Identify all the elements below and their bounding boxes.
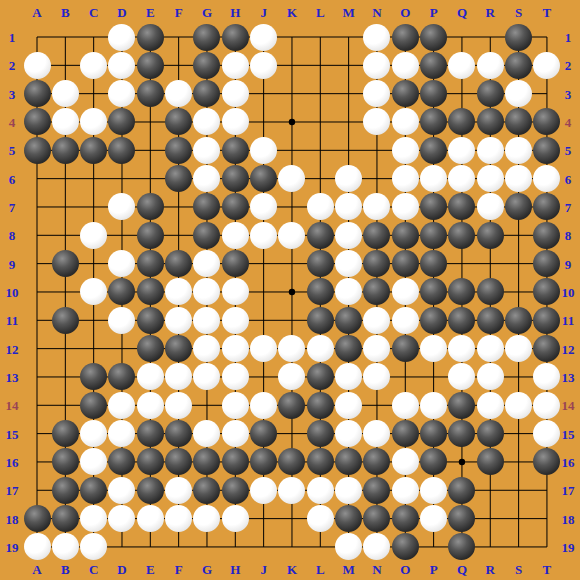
- black-stone-S11: [505, 307, 532, 334]
- row-label-left-14: 14: [6, 399, 19, 412]
- black-stone-A3: [24, 80, 51, 107]
- black-stone-O1: [392, 24, 419, 51]
- intersection-D19[interactable]: [108, 533, 136, 561]
- black-stone-F5: [165, 137, 192, 164]
- intersection-F2[interactable]: [165, 51, 193, 79]
- row-label-left-1: 1: [9, 31, 16, 44]
- black-stone-C17: [80, 477, 107, 504]
- white-stone-J1: [250, 24, 277, 51]
- intersection-N6[interactable]: [363, 165, 391, 193]
- row-label-left-19: 19: [6, 540, 19, 553]
- black-stone-L15: [307, 420, 334, 447]
- row-label-right-6: 6: [565, 172, 572, 185]
- black-stone-A5: [24, 137, 51, 164]
- white-stone-B3: [52, 80, 79, 107]
- intersection-A11[interactable]: [23, 306, 51, 334]
- intersection-S19[interactable]: [505, 533, 533, 561]
- col-label-bottom-A: A: [32, 563, 41, 576]
- black-stone-A4: [24, 108, 51, 135]
- white-stone-J14: [250, 392, 277, 419]
- black-stone-B15: [52, 420, 79, 447]
- intersection-R19[interactable]: [476, 533, 504, 561]
- intersection-B13[interactable]: [51, 363, 79, 391]
- row-label-left-10: 10: [6, 285, 19, 298]
- black-stone-O9: [392, 250, 419, 277]
- white-stone-J5: [250, 137, 277, 164]
- row-label-left-12: 12: [6, 342, 19, 355]
- black-stone-B9: [52, 250, 79, 277]
- intersection-T17[interactable]: [533, 476, 561, 504]
- row-label-right-15: 15: [562, 427, 575, 440]
- intersection-N5[interactable]: [363, 136, 391, 164]
- black-stone-R11: [477, 307, 504, 334]
- intersection-C1[interactable]: [80, 23, 108, 51]
- black-stone-L8: [307, 222, 334, 249]
- black-stone-P11: [420, 307, 447, 334]
- black-stone-B5: [52, 137, 79, 164]
- intersection-J11[interactable]: [250, 306, 278, 334]
- white-stone-F14: [165, 392, 192, 419]
- intersection-Q1[interactable]: [448, 23, 476, 51]
- black-stone-R16: [477, 448, 504, 475]
- black-stone-C5: [80, 137, 107, 164]
- board-grid: [23, 23, 557, 557]
- intersection-R9[interactable]: [476, 250, 504, 278]
- row-label-right-1: 1: [565, 31, 572, 44]
- row-label-right-10: 10: [562, 285, 575, 298]
- intersection-J10[interactable]: [250, 278, 278, 306]
- white-stone-R2: [477, 52, 504, 79]
- intersection-F7[interactable]: [165, 193, 193, 221]
- white-stone-S5: [505, 137, 532, 164]
- col-label-bottom-C: C: [89, 563, 98, 576]
- white-stone-M8: [335, 222, 362, 249]
- white-stone-J17: [250, 477, 277, 504]
- col-label-top-C: C: [89, 6, 98, 19]
- row-label-left-9: 9: [9, 257, 16, 270]
- row-label-left-15: 15: [6, 427, 19, 440]
- black-stone-H9: [222, 250, 249, 277]
- black-stone-H5: [222, 137, 249, 164]
- intersection-E19[interactable]: [136, 533, 164, 561]
- intersection-K11[interactable]: [278, 306, 306, 334]
- row-label-right-4: 4: [565, 115, 572, 128]
- col-label-top-F: F: [175, 6, 183, 19]
- row-label-left-2: 2: [9, 59, 16, 72]
- black-stone-P1: [420, 24, 447, 51]
- intersection-L5[interactable]: [306, 136, 334, 164]
- intersection-A17[interactable]: [23, 476, 51, 504]
- col-label-bottom-S: S: [515, 563, 522, 576]
- white-stone-H8: [222, 222, 249, 249]
- intersection-E4[interactable]: [136, 108, 164, 136]
- row-label-right-14: 14: [562, 399, 575, 412]
- row-label-right-8: 8: [565, 229, 572, 242]
- black-stone-B11: [52, 307, 79, 334]
- white-stone-H14: [222, 392, 249, 419]
- col-label-bottom-M: M: [342, 563, 354, 576]
- intersection-B1[interactable]: [51, 23, 79, 51]
- black-stone-E9: [137, 250, 164, 277]
- intersection-B14[interactable]: [51, 391, 79, 419]
- col-label-bottom-H: H: [230, 563, 240, 576]
- intersection-G14[interactable]: [193, 391, 221, 419]
- white-stone-A19: [24, 533, 51, 560]
- col-label-bottom-B: B: [61, 563, 70, 576]
- white-stone-H15: [222, 420, 249, 447]
- white-stone-O11: [392, 307, 419, 334]
- black-stone-E12: [137, 335, 164, 362]
- col-label-top-B: B: [61, 6, 70, 19]
- black-stone-B18: [52, 505, 79, 532]
- white-stone-A2: [24, 52, 51, 79]
- row-label-left-8: 8: [9, 229, 16, 242]
- col-label-top-A: A: [32, 6, 41, 19]
- black-stone-Q17: [448, 477, 475, 504]
- col-label-bottom-T: T: [543, 563, 552, 576]
- row-label-left-18: 18: [6, 512, 19, 525]
- col-label-top-H: H: [230, 6, 240, 19]
- col-label-bottom-K: K: [287, 563, 297, 576]
- intersection-A9[interactable]: [23, 250, 51, 278]
- row-label-right-7: 7: [565, 200, 572, 213]
- intersection-J4[interactable]: [250, 108, 278, 136]
- intersection-S8[interactable]: [505, 221, 533, 249]
- black-stone-O18: [392, 505, 419, 532]
- black-stone-R15: [477, 420, 504, 447]
- intersection-E6[interactable]: [136, 165, 164, 193]
- intersection-L1[interactable]: [306, 23, 334, 51]
- white-stone-L12: [307, 335, 334, 362]
- white-stone-M17: [335, 477, 362, 504]
- black-stone-S2: [505, 52, 532, 79]
- col-label-bottom-N: N: [372, 563, 381, 576]
- intersection-B8[interactable]: [51, 221, 79, 249]
- black-stone-O15: [392, 420, 419, 447]
- row-label-left-6: 6: [9, 172, 16, 185]
- intersection-M5[interactable]: [335, 136, 363, 164]
- black-stone-E17: [137, 477, 164, 504]
- col-label-top-K: K: [287, 6, 297, 19]
- intersection-A14[interactable]: [23, 391, 51, 419]
- black-stone-E2: [137, 52, 164, 79]
- intersection-C9[interactable]: [80, 250, 108, 278]
- intersection-L3[interactable]: [306, 80, 334, 108]
- intersection-A6[interactable]: [23, 165, 51, 193]
- intersection-A16[interactable]: [23, 448, 51, 476]
- intersection-G19[interactable]: [193, 533, 221, 561]
- intersection-B7[interactable]: [51, 193, 79, 221]
- black-stone-O12: [392, 335, 419, 362]
- intersection-K19[interactable]: [278, 533, 306, 561]
- intersection-S16[interactable]: [505, 448, 533, 476]
- white-stone-L17: [307, 477, 334, 504]
- col-label-bottom-L: L: [316, 563, 325, 576]
- white-stone-C2: [80, 52, 107, 79]
- intersection-R18[interactable]: [476, 505, 504, 533]
- col-label-top-L: L: [316, 6, 325, 19]
- intersection-A15[interactable]: [23, 420, 51, 448]
- intersection-M4[interactable]: [335, 108, 363, 136]
- intersection-L6[interactable]: [306, 165, 334, 193]
- intersection-P13[interactable]: [420, 363, 448, 391]
- white-stone-O6: [392, 165, 419, 192]
- black-stone-P2: [420, 52, 447, 79]
- white-stone-H18: [222, 505, 249, 532]
- col-label-bottom-F: F: [175, 563, 183, 576]
- white-stone-P14: [420, 392, 447, 419]
- intersection-S9[interactable]: [505, 250, 533, 278]
- intersection-L2[interactable]: [306, 51, 334, 79]
- white-stone-O14: [392, 392, 419, 419]
- black-stone-S1: [505, 24, 532, 51]
- intersection-C7[interactable]: [80, 193, 108, 221]
- row-label-right-13: 13: [562, 370, 575, 383]
- intersection-K9[interactable]: [278, 250, 306, 278]
- go-board: AABBCCDDEEFFGGHHJJKKLLMMNNOOPPQQRRSSTT11…: [0, 0, 580, 580]
- intersection-O13[interactable]: [391, 363, 419, 391]
- intersection-Q3[interactable]: [448, 80, 476, 108]
- intersection-A13[interactable]: [23, 363, 51, 391]
- intersection-J18[interactable]: [250, 505, 278, 533]
- black-stone-O3: [392, 80, 419, 107]
- col-label-top-S: S: [515, 6, 522, 19]
- intersection-C6[interactable]: [80, 165, 108, 193]
- white-stone-O2: [392, 52, 419, 79]
- white-stone-R14: [477, 392, 504, 419]
- intersection-B10[interactable]: [51, 278, 79, 306]
- black-stone-H1: [222, 24, 249, 51]
- intersection-J19[interactable]: [250, 533, 278, 561]
- row-label-left-4: 4: [9, 115, 16, 128]
- black-stone-B17: [52, 477, 79, 504]
- col-label-top-J: J: [260, 6, 267, 19]
- col-label-bottom-J: J: [260, 563, 267, 576]
- white-stone-J8: [250, 222, 277, 249]
- white-stone-M14: [335, 392, 362, 419]
- col-label-top-M: M: [342, 6, 354, 19]
- intersection-J3[interactable]: [250, 80, 278, 108]
- intersection-P19[interactable]: [420, 533, 448, 561]
- black-stone-P5: [420, 137, 447, 164]
- row-label-right-12: 12: [562, 342, 575, 355]
- intersection-T1[interactable]: [533, 23, 561, 51]
- white-stone-R6: [477, 165, 504, 192]
- intersection-K2[interactable]: [278, 51, 306, 79]
- row-label-right-5: 5: [565, 144, 572, 157]
- intersection-K18[interactable]: [278, 505, 306, 533]
- row-label-right-11: 11: [562, 314, 574, 327]
- intersection-K15[interactable]: [278, 420, 306, 448]
- intersection-S13[interactable]: [505, 363, 533, 391]
- intersection-L19[interactable]: [306, 533, 334, 561]
- row-label-left-5: 5: [9, 144, 16, 157]
- black-stone-H6: [222, 165, 249, 192]
- intersection-S15[interactable]: [505, 420, 533, 448]
- white-stone-P17: [420, 477, 447, 504]
- intersection-A7[interactable]: [23, 193, 51, 221]
- black-stone-G1: [193, 24, 220, 51]
- intersection-S10[interactable]: [505, 278, 533, 306]
- black-stone-L9: [307, 250, 334, 277]
- intersection-K3[interactable]: [278, 80, 306, 108]
- intersection-M3[interactable]: [335, 80, 363, 108]
- black-stone-E8: [137, 222, 164, 249]
- intersection-A1[interactable]: [23, 23, 51, 51]
- intersection-T18[interactable]: [533, 505, 561, 533]
- white-stone-H2: [222, 52, 249, 79]
- col-label-top-D: D: [117, 6, 126, 19]
- intersection-B6[interactable]: [51, 165, 79, 193]
- intersection-K7[interactable]: [278, 193, 306, 221]
- col-label-top-O: O: [400, 6, 410, 19]
- col-label-top-P: P: [430, 6, 438, 19]
- col-label-bottom-P: P: [430, 563, 438, 576]
- intersection-M1[interactable]: [335, 23, 363, 51]
- white-stone-H3: [222, 80, 249, 107]
- black-stone-E3: [137, 80, 164, 107]
- intersection-A8[interactable]: [23, 221, 51, 249]
- white-stone-O17: [392, 477, 419, 504]
- row-label-left-7: 7: [9, 200, 16, 213]
- col-label-top-G: G: [202, 6, 212, 19]
- intersection-F1[interactable]: [165, 23, 193, 51]
- intersection-J13[interactable]: [250, 363, 278, 391]
- intersection-Q16[interactable]: [448, 448, 476, 476]
- intersection-D12[interactable]: [108, 335, 136, 363]
- intersection-D6[interactable]: [108, 165, 136, 193]
- col-label-bottom-D: D: [117, 563, 126, 576]
- row-label-left-16: 16: [6, 455, 19, 468]
- black-stone-L14: [307, 392, 334, 419]
- row-label-left-3: 3: [9, 87, 16, 100]
- black-stone-E1: [137, 24, 164, 51]
- white-stone-E18: [137, 505, 164, 532]
- row-label-left-13: 13: [6, 370, 19, 383]
- white-stone-S14: [505, 392, 532, 419]
- black-stone-E15: [137, 420, 164, 447]
- col-label-top-T: T: [543, 6, 552, 19]
- black-stone-L11: [307, 307, 334, 334]
- intersection-K4[interactable]: [278, 108, 306, 136]
- black-stone-C14: [80, 392, 107, 419]
- white-stone-E14: [137, 392, 164, 419]
- intersection-S17[interactable]: [505, 476, 533, 504]
- black-stone-P8: [420, 222, 447, 249]
- intersection-L4[interactable]: [306, 108, 334, 136]
- intersection-M2[interactable]: [335, 51, 363, 79]
- white-stone-H12: [222, 335, 249, 362]
- row-label-right-2: 2: [565, 59, 572, 72]
- black-stone-M11: [335, 307, 362, 334]
- intersection-B2[interactable]: [51, 51, 79, 79]
- col-label-bottom-O: O: [400, 563, 410, 576]
- col-label-top-Q: Q: [457, 6, 467, 19]
- intersection-A10[interactable]: [23, 278, 51, 306]
- intersection-C11[interactable]: [80, 306, 108, 334]
- white-stone-R12: [477, 335, 504, 362]
- intersection-F8[interactable]: [165, 221, 193, 249]
- intersection-K5[interactable]: [278, 136, 306, 164]
- white-stone-F11: [165, 307, 192, 334]
- white-stone-F17: [165, 477, 192, 504]
- intersection-J9[interactable]: [250, 250, 278, 278]
- row-label-right-18: 18: [562, 512, 575, 525]
- white-stone-J2: [250, 52, 277, 79]
- black-stone-R8: [477, 222, 504, 249]
- intersection-K10[interactable]: [278, 278, 306, 306]
- black-stone-O8: [392, 222, 419, 249]
- white-stone-R5: [477, 137, 504, 164]
- intersection-Q9[interactable]: [448, 250, 476, 278]
- white-stone-C8: [80, 222, 107, 249]
- col-label-top-N: N: [372, 6, 381, 19]
- col-label-top-E: E: [146, 6, 155, 19]
- black-stone-E11: [137, 307, 164, 334]
- intersection-E5[interactable]: [136, 136, 164, 164]
- row-label-right-19: 19: [562, 540, 575, 553]
- row-label-right-9: 9: [565, 257, 572, 270]
- row-label-right-17: 17: [562, 484, 575, 497]
- intersection-T19[interactable]: [533, 533, 561, 561]
- intersection-N14[interactable]: [363, 391, 391, 419]
- col-label-bottom-Q: Q: [457, 563, 467, 576]
- col-label-bottom-G: G: [202, 563, 212, 576]
- white-stone-D1: [108, 24, 135, 51]
- white-stone-O5: [392, 137, 419, 164]
- black-stone-A18: [24, 505, 51, 532]
- col-label-bottom-R: R: [486, 563, 495, 576]
- white-stone-H11: [222, 307, 249, 334]
- intersection-F19[interactable]: [165, 533, 193, 561]
- black-stone-R3: [477, 80, 504, 107]
- black-stone-H17: [222, 477, 249, 504]
- intersection-H19[interactable]: [221, 533, 249, 561]
- col-label-bottom-E: E: [146, 563, 155, 576]
- intersection-R1[interactable]: [476, 23, 504, 51]
- intersection-D8[interactable]: [108, 221, 136, 249]
- row-label-right-16: 16: [562, 455, 575, 468]
- white-stone-L18: [307, 505, 334, 532]
- white-stone-N1: [363, 24, 390, 51]
- intersection-R17[interactable]: [476, 476, 504, 504]
- intersection-C3[interactable]: [80, 80, 108, 108]
- col-label-top-R: R: [486, 6, 495, 19]
- row-label-left-17: 17: [6, 484, 19, 497]
- intersection-K1[interactable]: [278, 23, 306, 51]
- intersection-A12[interactable]: [23, 335, 51, 363]
- row-label-left-11: 11: [6, 314, 18, 327]
- row-label-right-3: 3: [565, 87, 572, 100]
- intersection-T3[interactable]: [533, 80, 561, 108]
- intersection-C12[interactable]: [80, 335, 108, 363]
- intersection-S18[interactable]: [505, 505, 533, 533]
- intersection-B12[interactable]: [51, 335, 79, 363]
